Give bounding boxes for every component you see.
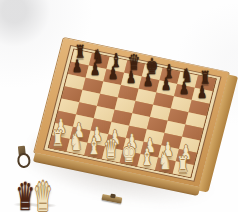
side-clasp bbox=[15, 145, 30, 168]
playing-area bbox=[48, 49, 217, 179]
spare-dark-queen: ♛ bbox=[16, 177, 35, 212]
square-h1 bbox=[173, 161, 194, 177]
board-grid bbox=[49, 49, 216, 177]
latch-knob bbox=[110, 194, 116, 199]
chess-board bbox=[33, 37, 230, 188]
chess-set-photo: ♜♞♝♛♚♝♞♜♟♟♟♟♟♟♟♟♟♟♟♟♟♟♟♟♜♞♝♛♚♝♞♜ ♛ ♛ bbox=[0, 0, 238, 212]
spare-light-queen: ♛ bbox=[33, 176, 52, 212]
